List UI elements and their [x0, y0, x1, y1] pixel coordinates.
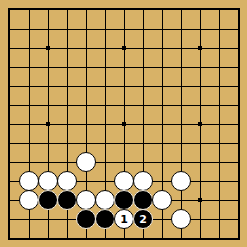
grid-line-vertical [219, 10, 220, 238]
stone-black [76, 209, 96, 229]
stone-white [76, 152, 96, 172]
stone-white [114, 171, 134, 191]
stone-white [57, 171, 77, 191]
stone-white [76, 190, 96, 210]
star-point [198, 122, 202, 126]
stone-white [171, 171, 191, 191]
star-point [198, 198, 202, 202]
go-diagram: 12 [0, 0, 247, 247]
stone-black [133, 190, 153, 210]
stone-white [171, 209, 191, 229]
stone-black [114, 190, 134, 210]
grid-line-vertical [181, 10, 182, 238]
stone-white-move-1: 1 [114, 209, 134, 229]
stone-white [19, 190, 39, 210]
star-point [198, 46, 202, 50]
stone-white [38, 171, 58, 191]
star-point [122, 46, 126, 50]
stone-white [95, 190, 115, 210]
grid-line-horizontal [10, 143, 238, 144]
star-point [46, 122, 50, 126]
stone-black [38, 190, 58, 210]
stone-white [133, 171, 153, 191]
stone-white [152, 190, 172, 210]
stone-white [19, 171, 39, 191]
move-number-label: 2 [139, 214, 147, 225]
stone-black [95, 209, 115, 229]
grid-line-horizontal [10, 162, 238, 163]
star-point [122, 122, 126, 126]
move-number-label: 1 [120, 214, 128, 225]
stone-black-move-2: 2 [133, 209, 153, 229]
star-point [46, 46, 50, 50]
stone-black [57, 190, 77, 210]
